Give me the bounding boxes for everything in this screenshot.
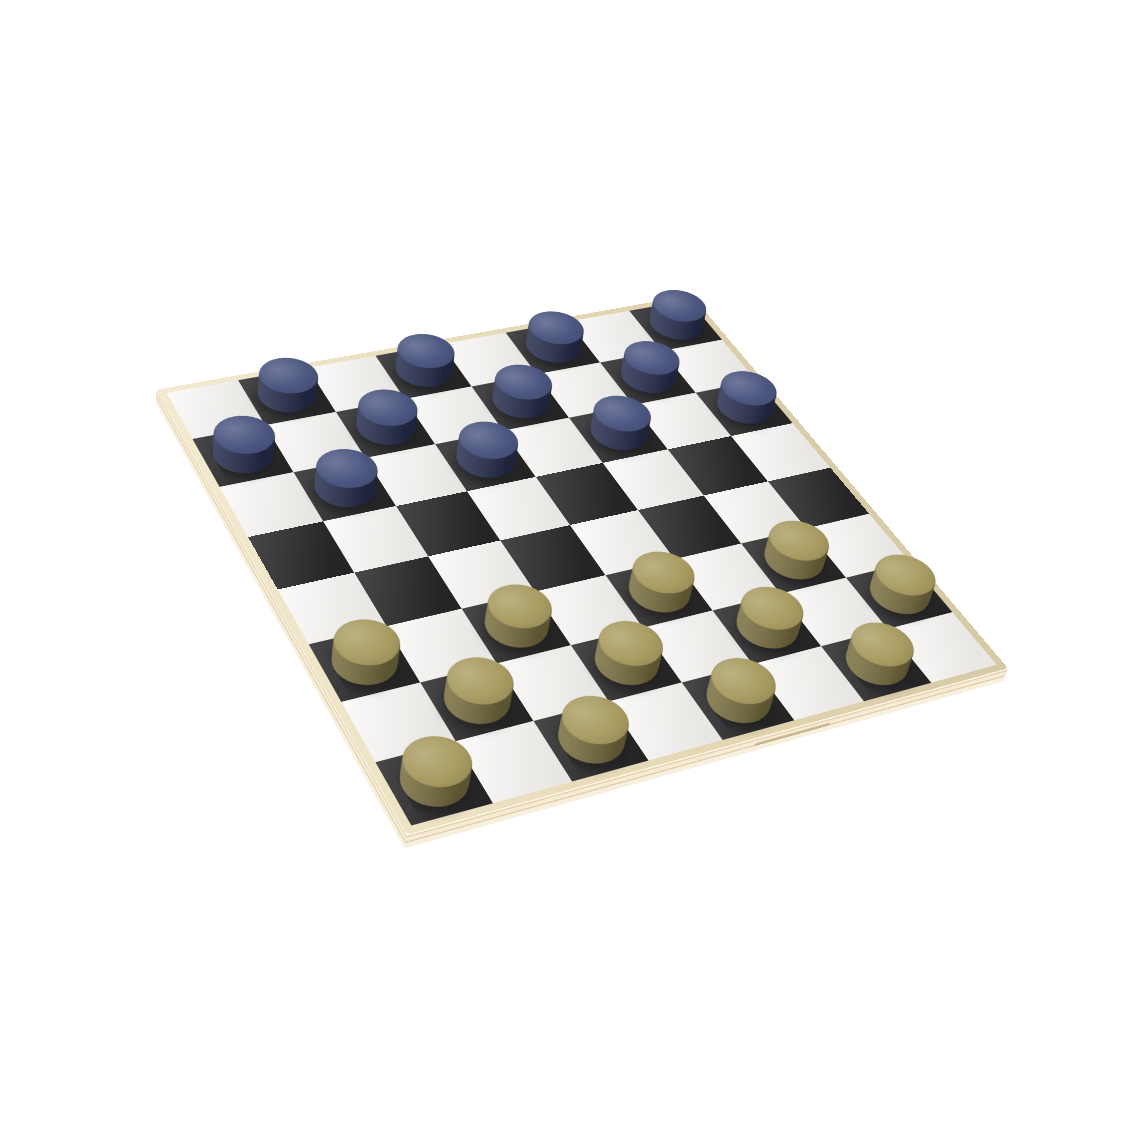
- product-photo-scene: [0, 0, 1148, 1148]
